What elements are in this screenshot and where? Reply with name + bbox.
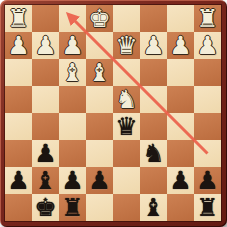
square-d5[interactable]: ♛ (113, 113, 140, 140)
white-pawn[interactable]: ♟ (7, 32, 29, 59)
square-c8[interactable]: ♝ (140, 194, 167, 221)
square-d2[interactable]: ♛ (113, 32, 140, 59)
square-e5[interactable] (86, 113, 113, 140)
square-b4[interactable] (167, 86, 194, 113)
square-f4[interactable] (59, 86, 86, 113)
square-a8[interactable]: ♜ (194, 194, 221, 221)
square-c5[interactable] (140, 113, 167, 140)
square-b8[interactable] (167, 194, 194, 221)
square-b5[interactable] (167, 113, 194, 140)
square-c6[interactable]: ♞ (140, 140, 167, 167)
square-b7[interactable]: ♟ (167, 167, 194, 194)
square-h6[interactable] (5, 140, 32, 167)
square-g1[interactable] (32, 5, 59, 32)
square-e4[interactable] (86, 86, 113, 113)
black-pawn[interactable]: ♟ (34, 140, 56, 167)
square-e6[interactable] (86, 140, 113, 167)
black-pawn[interactable]: ♟ (196, 167, 218, 194)
square-c2[interactable]: ♟ (140, 32, 167, 59)
square-g7[interactable]: ♝ (32, 167, 59, 194)
square-e8[interactable] (86, 194, 113, 221)
square-b6[interactable] (167, 140, 194, 167)
square-c7[interactable] (140, 167, 167, 194)
square-a3[interactable] (194, 59, 221, 86)
square-d6[interactable] (113, 140, 140, 167)
square-d4[interactable]: ♞ (113, 86, 140, 113)
square-h1[interactable]: ♜ (5, 5, 32, 32)
white-knight[interactable]: ♞ (115, 86, 137, 113)
square-f8[interactable]: ♜ (59, 194, 86, 221)
black-pawn[interactable]: ♟ (88, 167, 110, 194)
square-h3[interactable] (5, 59, 32, 86)
chess-board[interactable]: ♜♚♜♟♟♟♛♟♟♟♝♝♞♛♟♞♟♝♟♟♟♟♚♜♝♜ (5, 5, 221, 221)
square-e1[interactable]: ♚ (86, 5, 113, 32)
black-bishop[interactable]: ♝ (34, 167, 56, 194)
black-knight[interactable]: ♞ (142, 140, 164, 167)
white-rook[interactable]: ♜ (7, 5, 29, 32)
square-e3[interactable]: ♝ (86, 59, 113, 86)
square-g5[interactable] (32, 113, 59, 140)
chess-diagram: ♜♚♜♟♟♟♛♟♟♟♝♝♞♛♟♞♟♝♟♟♟♟♚♜♝♜ (0, 0, 227, 227)
white-pawn[interactable]: ♟ (196, 32, 218, 59)
black-rook[interactable]: ♜ (61, 194, 83, 221)
square-d8[interactable] (113, 194, 140, 221)
black-rook[interactable]: ♜ (196, 194, 218, 221)
square-e2[interactable] (86, 32, 113, 59)
square-a7[interactable]: ♟ (194, 167, 221, 194)
square-h5[interactable] (5, 113, 32, 140)
square-a4[interactable] (194, 86, 221, 113)
square-h7[interactable]: ♟ (5, 167, 32, 194)
black-pawn[interactable]: ♟ (61, 167, 83, 194)
square-a6[interactable] (194, 140, 221, 167)
square-b3[interactable] (167, 59, 194, 86)
white-bishop[interactable]: ♝ (88, 59, 110, 86)
white-queen[interactable]: ♛ (115, 32, 137, 59)
white-pawn[interactable]: ♟ (61, 32, 83, 59)
square-b1[interactable] (167, 5, 194, 32)
square-d3[interactable] (113, 59, 140, 86)
square-d7[interactable] (113, 167, 140, 194)
square-g6[interactable]: ♟ (32, 140, 59, 167)
black-pawn[interactable]: ♟ (7, 167, 29, 194)
square-g8[interactable]: ♚ (32, 194, 59, 221)
square-f7[interactable]: ♟ (59, 167, 86, 194)
square-a2[interactable]: ♟ (194, 32, 221, 59)
square-g4[interactable] (32, 86, 59, 113)
square-f6[interactable] (59, 140, 86, 167)
white-bishop[interactable]: ♝ (61, 59, 83, 86)
square-c3[interactable] (140, 59, 167, 86)
square-f2[interactable]: ♟ (59, 32, 86, 59)
black-pawn[interactable]: ♟ (169, 167, 191, 194)
square-a5[interactable] (194, 113, 221, 140)
square-b2[interactable]: ♟ (167, 32, 194, 59)
square-a1[interactable]: ♜ (194, 5, 221, 32)
black-queen[interactable]: ♛ (115, 113, 137, 140)
square-f1[interactable] (59, 5, 86, 32)
square-c1[interactable] (140, 5, 167, 32)
square-g3[interactable] (32, 59, 59, 86)
square-g2[interactable]: ♟ (32, 32, 59, 59)
square-c4[interactable] (140, 86, 167, 113)
black-bishop[interactable]: ♝ (142, 194, 164, 221)
square-h8[interactable] (5, 194, 32, 221)
white-pawn[interactable]: ♟ (169, 32, 191, 59)
square-h4[interactable] (5, 86, 32, 113)
black-king[interactable]: ♚ (34, 194, 56, 221)
square-f3[interactable]: ♝ (59, 59, 86, 86)
white-king[interactable]: ♚ (88, 5, 110, 32)
square-d1[interactable] (113, 5, 140, 32)
square-f5[interactable] (59, 113, 86, 140)
square-h2[interactable]: ♟ (5, 32, 32, 59)
white-rook[interactable]: ♜ (196, 5, 218, 32)
white-pawn[interactable]: ♟ (34, 32, 56, 59)
white-pawn[interactable]: ♟ (142, 32, 164, 59)
square-e7[interactable]: ♟ (86, 167, 113, 194)
